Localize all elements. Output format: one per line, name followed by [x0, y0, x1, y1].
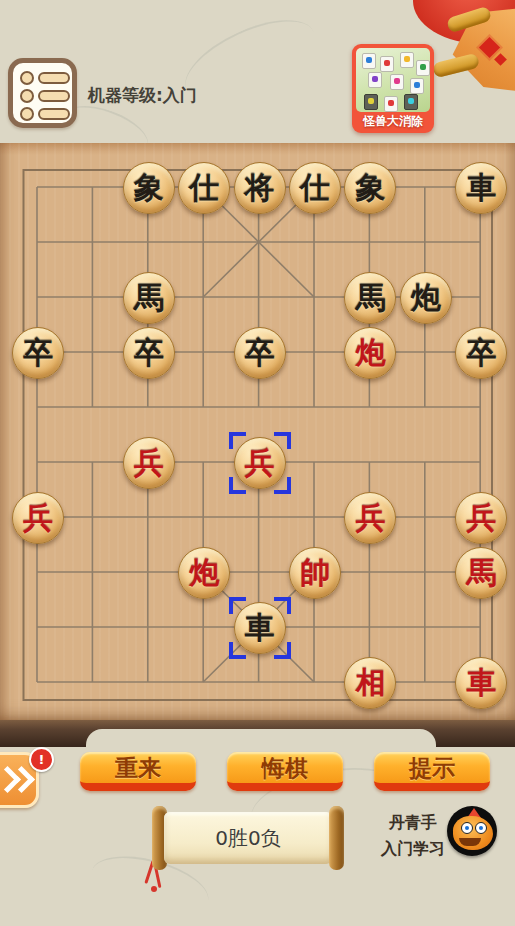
xiangqi-piece-将[interactable]: 将 [234, 162, 286, 214]
ad-thumbnail-mahjong [356, 48, 430, 112]
xiangqi-piece-帥[interactable]: 帥 [289, 547, 341, 599]
xiangqi-piece-車[interactable]: 車 [455, 657, 507, 709]
opponent-level: 入门学习 [370, 839, 456, 860]
opponent-avatar[interactable] [447, 806, 497, 856]
xiangqi-piece-兵[interactable]: 兵 [344, 492, 396, 544]
xiangqi-piece-卒[interactable]: 卒 [234, 327, 286, 379]
xiangqi-piece-炮[interactable]: 炮 [178, 547, 230, 599]
undo-move-button[interactable]: 悔棋 [227, 752, 343, 791]
ad-banner[interactable]: 怪兽大消除 [352, 44, 434, 133]
ai-level-label: 机器等级:入门 [88, 84, 197, 107]
app-screen: 机器等级:入门 怪兽大消除 [0, 0, 515, 926]
xiangqi-piece-仕[interactable]: 仕 [289, 162, 341, 214]
notification-badge: ! [29, 747, 54, 772]
scroll-roller [329, 806, 344, 870]
table-notch [86, 729, 436, 749]
xiangqi-piece-象[interactable]: 象 [123, 162, 175, 214]
menu-button[interactable] [8, 58, 77, 128]
xiangqi-piece-象[interactable]: 象 [344, 162, 396, 214]
xiangqi-piece-卒[interactable]: 卒 [123, 327, 175, 379]
menu-icon [20, 71, 72, 85]
xiangqi-piece-兵[interactable]: 兵 [455, 492, 507, 544]
xiangqi-piece-兵[interactable]: 兵 [234, 437, 286, 489]
score-text: 0胜0负 [164, 812, 332, 864]
xiangqi-piece-炮[interactable]: 炮 [344, 327, 396, 379]
xiangqi-piece-馬[interactable]: 馬 [123, 272, 175, 324]
hint-button[interactable]: 提示 [374, 752, 490, 791]
xiangqi-piece-相[interactable]: 相 [344, 657, 396, 709]
ad-title: 怪兽大消除 [352, 113, 434, 130]
board-pieces[interactable]: 象仕将仕象車馬馬炮卒卒卒炮卒兵兵兵兵兵炮帥馬車相車 [0, 143, 515, 722]
xiangqi-piece-卒[interactable]: 卒 [455, 327, 507, 379]
opponent-name: 丹青手 [378, 813, 448, 834]
xiangqi-piece-馬[interactable]: 馬 [344, 272, 396, 324]
xiangqi-board[interactable]: 象仕将仕象車馬馬炮卒卒卒炮卒兵兵兵兵兵炮帥馬車相車 [0, 143, 515, 722]
xiangqi-piece-馬[interactable]: 馬 [455, 547, 507, 599]
xiangqi-piece-兵[interactable]: 兵 [123, 437, 175, 489]
xiangqi-piece-兵[interactable]: 兵 [12, 492, 64, 544]
restart-button[interactable]: 重来 [80, 752, 196, 791]
xiangqi-piece-車[interactable]: 車 [455, 162, 507, 214]
score-scroll: 0胜0负 [152, 806, 344, 870]
xiangqi-piece-炮[interactable]: 炮 [400, 272, 452, 324]
xiangqi-piece-車[interactable]: 車 [234, 602, 286, 654]
xiangqi-piece-卒[interactable]: 卒 [12, 327, 64, 379]
xiangqi-piece-仕[interactable]: 仕 [178, 162, 230, 214]
